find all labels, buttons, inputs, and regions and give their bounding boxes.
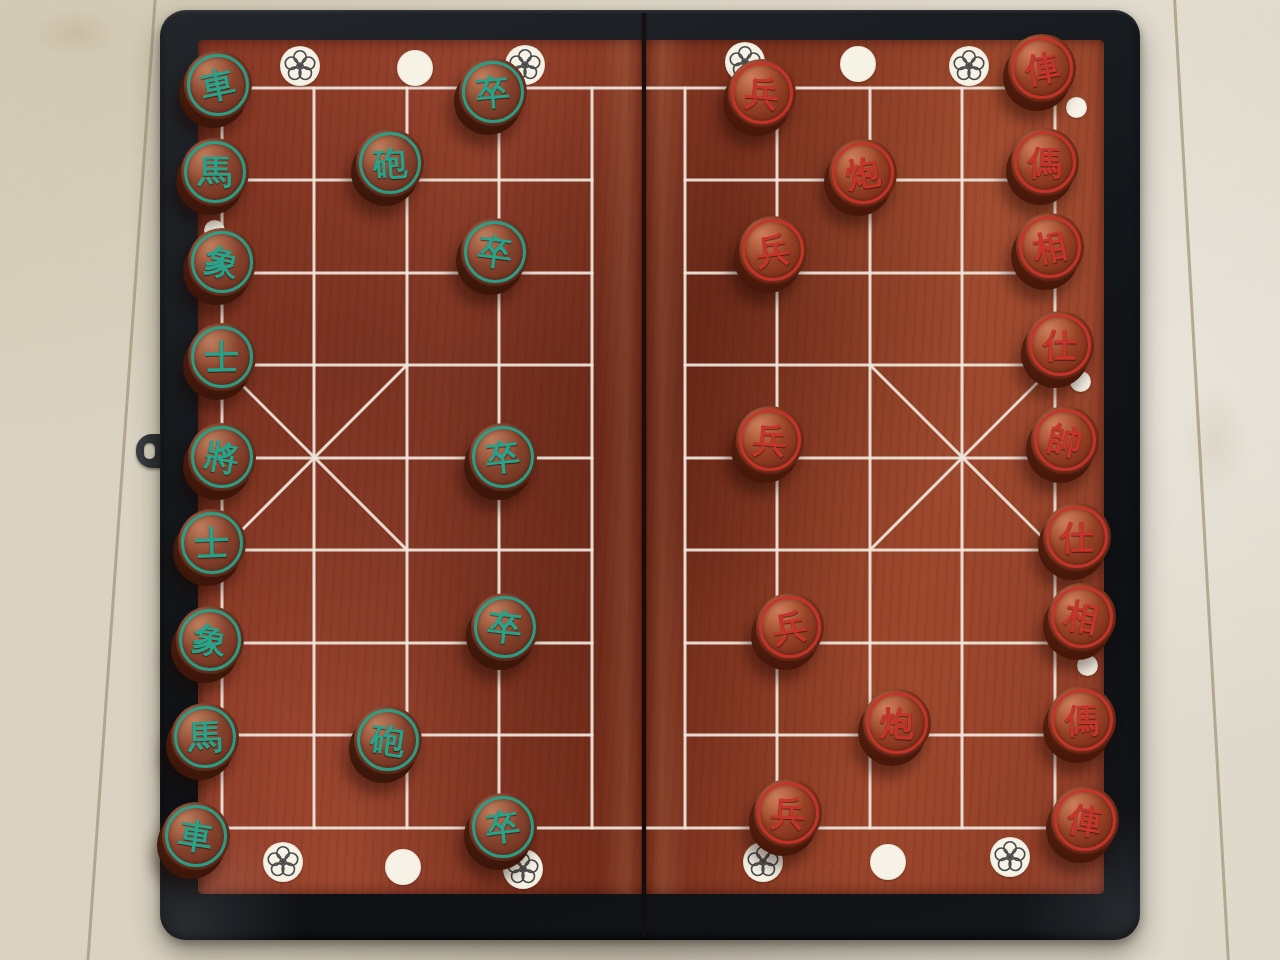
piece-character: 炮 xyxy=(879,705,914,740)
piece-character: 卒 xyxy=(476,233,514,271)
dot-inlay xyxy=(840,46,876,82)
piece-character: 卒 xyxy=(484,808,522,846)
piece-green-cannon-1[interactable]: 砲 xyxy=(356,129,424,197)
piece-character: 傌 xyxy=(1064,702,1099,737)
floor-grout-line-left xyxy=(85,0,158,960)
piece-character: 仕 xyxy=(1060,520,1095,555)
piece-character: 卒 xyxy=(486,608,523,645)
piece-character: 將 xyxy=(202,437,242,477)
piece-character: 兵 xyxy=(752,422,788,458)
piece-green-elephant-2[interactable]: 象 xyxy=(176,606,244,674)
piece-green-soldier-1[interactable]: 卒 xyxy=(459,58,527,126)
flower-inlay xyxy=(949,46,989,86)
piece-character: 帥 xyxy=(1045,420,1085,460)
piece-character: 車 xyxy=(177,817,216,856)
piece-green-advisor-2[interactable]: 士 xyxy=(178,509,246,577)
piece-character: 炮 xyxy=(843,153,882,192)
piece-red-rook-2[interactable]: 俥 xyxy=(1051,786,1119,854)
piece-red-soldier-1[interactable]: 兵 xyxy=(728,59,796,127)
piece-red-cannon-1[interactable]: 炮 xyxy=(829,139,897,207)
piece-character: 兵 xyxy=(744,75,781,112)
piece-red-horse-1[interactable]: 傌 xyxy=(1011,128,1079,196)
dot-inlay xyxy=(385,849,421,885)
piece-green-advisor-1[interactable]: 士 xyxy=(188,323,256,391)
piece-red-cannon-2[interactable]: 炮 xyxy=(863,689,931,757)
piece-character: 俥 xyxy=(1065,800,1104,839)
board-fold-seam xyxy=(642,13,646,937)
piece-character: 兵 xyxy=(754,231,792,269)
piece-character: 象 xyxy=(190,620,229,659)
piece-red-soldier-3[interactable]: 兵 xyxy=(736,406,804,474)
piece-green-soldier-2[interactable]: 卒 xyxy=(461,218,529,286)
piece-character: 卒 xyxy=(475,74,512,111)
piece-red-advisor-2[interactable]: 仕 xyxy=(1043,503,1111,571)
piece-red-soldier-2[interactable]: 兵 xyxy=(739,216,807,284)
piece-green-general[interactable]: 將 xyxy=(188,423,256,491)
piece-character: 相 xyxy=(1030,227,1070,267)
piece-character: 相 xyxy=(1062,597,1102,637)
floor-grout-line-right xyxy=(1172,0,1231,960)
piece-character: 車 xyxy=(198,65,238,105)
piece-green-soldier-4[interactable]: 卒 xyxy=(471,593,539,661)
piece-character: 象 xyxy=(202,242,242,282)
piece-character: 傌 xyxy=(1028,145,1063,180)
piece-green-horse-2[interactable]: 馬 xyxy=(171,703,239,771)
piece-red-soldier-4[interactable]: 兵 xyxy=(756,593,824,661)
piece-red-elephant-2[interactable]: 相 xyxy=(1048,583,1116,651)
board-surface xyxy=(198,40,1104,894)
flower-inlay xyxy=(990,837,1030,877)
xiangqi-board-photo: 車馬象士將士象馬車砲砲卒卒卒卒卒兵兵兵兵兵炮炮俥傌相仕帥仕相傌俥 xyxy=(0,0,1280,960)
piece-red-advisor-1[interactable]: 仕 xyxy=(1026,311,1094,379)
floor-stain xyxy=(1180,380,1250,500)
dot-inlay xyxy=(870,844,906,880)
piece-character: 砲 xyxy=(369,721,407,759)
floor-stain xyxy=(30,8,120,58)
piece-character: 士 xyxy=(205,340,240,375)
piece-green-elephant-1[interactable]: 象 xyxy=(188,228,256,296)
piece-red-general[interactable]: 帥 xyxy=(1031,406,1099,474)
piece-character: 俥 xyxy=(1022,48,1062,88)
piece-character: 馬 xyxy=(187,719,223,755)
flower-inlay xyxy=(280,46,320,86)
piece-green-soldier-5[interactable]: 卒 xyxy=(469,793,537,861)
piece-green-rook-2[interactable]: 車 xyxy=(162,802,230,870)
dot-inlay xyxy=(397,50,433,86)
piece-character: 兵 xyxy=(770,795,806,831)
piece-green-rook-1[interactable]: 車 xyxy=(184,51,252,119)
piece-green-horse-1[interactable]: 馬 xyxy=(181,138,249,206)
piece-red-rook-1[interactable]: 俥 xyxy=(1008,34,1076,102)
flower-inlay xyxy=(263,842,303,882)
piece-red-horse-2[interactable]: 傌 xyxy=(1048,686,1116,754)
piece-green-soldier-3[interactable]: 卒 xyxy=(469,423,537,491)
piece-character: 卒 xyxy=(484,438,521,475)
piece-character: 士 xyxy=(194,525,229,560)
xiangqi-board xyxy=(160,10,1140,940)
piece-red-elephant-1[interactable]: 相 xyxy=(1016,213,1084,281)
piece-character: 仕 xyxy=(1043,328,1077,362)
edge-dot-inlay xyxy=(1066,97,1087,118)
piece-character: 砲 xyxy=(372,145,408,181)
piece-red-soldier-5[interactable]: 兵 xyxy=(754,779,822,847)
piece-character: 兵 xyxy=(771,608,810,647)
piece-character: 馬 xyxy=(198,155,232,189)
piece-green-cannon-2[interactable]: 砲 xyxy=(354,706,422,774)
